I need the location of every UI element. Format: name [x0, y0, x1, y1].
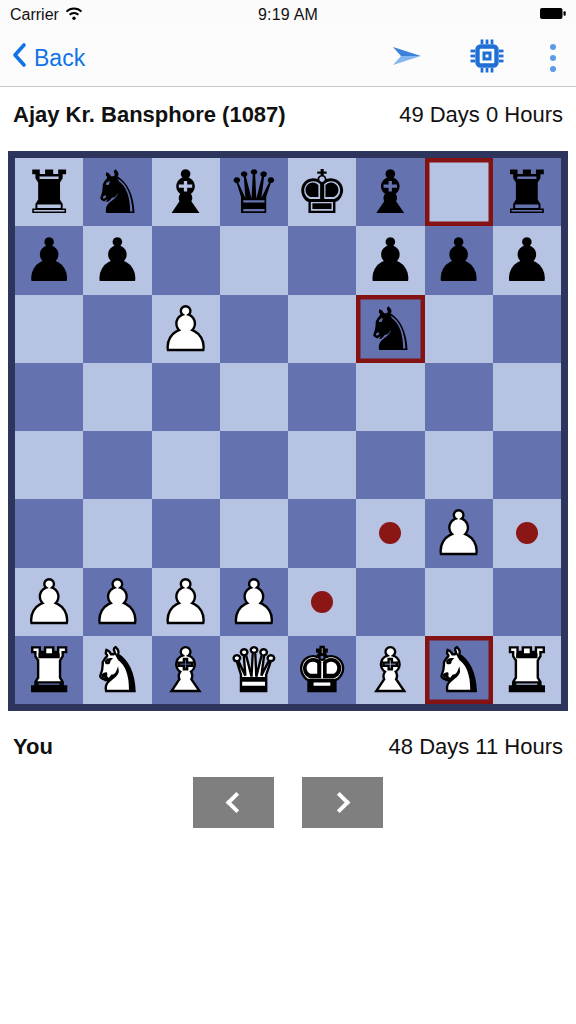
wifi-icon [65, 6, 83, 24]
square-d8[interactable]: ♛ [220, 158, 288, 226]
square-g8[interactable] [425, 158, 493, 226]
piece-bP-b7: ♟ [90, 230, 144, 290]
square-g7[interactable]: ♟ [425, 226, 493, 294]
square-a7[interactable]: ♟ [15, 226, 83, 294]
opponent-time-remaining: 49 Days 0 Hours [399, 102, 563, 128]
square-f7[interactable]: ♟ [356, 226, 424, 294]
piece-wN-b1: ♞ [90, 640, 144, 700]
square-f4[interactable] [356, 431, 424, 499]
square-b4[interactable] [83, 431, 151, 499]
piece-wQ-d1: ♛ [227, 640, 281, 700]
square-a2[interactable]: ♟ [15, 568, 83, 636]
ellipsis-dot [550, 44, 556, 50]
square-c2[interactable]: ♟ [152, 568, 220, 636]
square-d2[interactable]: ♟ [220, 568, 288, 636]
carrier-label: Carrier [10, 6, 59, 24]
square-h7[interactable]: ♟ [493, 226, 561, 294]
legal-move-dot-h3[interactable] [516, 522, 538, 544]
piece-bQ-d8: ♛ [227, 162, 281, 222]
legal-move-dot-e2[interactable] [311, 591, 333, 613]
square-d6[interactable] [220, 295, 288, 363]
piece-bB-c8: ♝ [159, 162, 213, 222]
square-b1[interactable]: ♞ [83, 636, 151, 704]
square-c5[interactable] [152, 363, 220, 431]
piece-wP-c2: ♟ [159, 572, 213, 632]
paper-plane-icon [390, 41, 424, 75]
square-e7[interactable] [288, 226, 356, 294]
piece-bR-a8: ♜ [22, 162, 76, 222]
piece-wP-b2: ♟ [90, 572, 144, 632]
player-info-row: You 48 Days 11 Hours [0, 729, 576, 765]
square-f5[interactable] [356, 363, 424, 431]
piece-wP-g3: ♟ [432, 503, 486, 563]
send-move-button[interactable] [390, 41, 424, 75]
square-d1[interactable]: ♛ [220, 636, 288, 704]
square-e1[interactable]: ♚ [288, 636, 356, 704]
cpu-chip-icon [470, 39, 504, 77]
square-h8[interactable]: ♜ [493, 158, 561, 226]
square-g3[interactable]: ♟ [425, 499, 493, 567]
piece-bR-h8: ♜ [500, 162, 554, 222]
piece-bP-h7: ♟ [500, 230, 554, 290]
square-e5[interactable] [288, 363, 356, 431]
piece-wB-f1: ♝ [363, 640, 417, 700]
opponent-name: Ajay Kr. Bansphore (1087) [13, 102, 286, 128]
square-d3[interactable] [220, 499, 288, 567]
square-b8[interactable]: ♞ [83, 158, 151, 226]
square-e6[interactable] [288, 295, 356, 363]
square-e4[interactable] [288, 431, 356, 499]
player-time-remaining: 48 Days 11 Hours [389, 734, 563, 760]
square-c6[interactable]: ♟ [152, 295, 220, 363]
square-b3[interactable] [83, 499, 151, 567]
square-a1[interactable]: ♜ [15, 636, 83, 704]
piece-wK-e1: ♚ [295, 640, 349, 700]
opponent-info-row: Ajay Kr. Bansphore (1087) 49 Days 0 Hour… [0, 87, 576, 143]
square-c7[interactable] [152, 226, 220, 294]
square-h6[interactable] [493, 295, 561, 363]
ellipsis-dot [550, 66, 556, 72]
piece-wR-h1: ♜ [500, 640, 554, 700]
piece-wN-g1: ♞ [432, 640, 486, 700]
chess-board: ♜♞♝♛♚♝♜♟♟♟♟♟♟♞♟♟♟♟♟♜♞♝♛♚♝♞♜ [8, 151, 568, 711]
square-h4[interactable] [493, 431, 561, 499]
piece-bK-e8: ♚ [295, 162, 349, 222]
clock-time: 9:19 AM [200, 6, 376, 24]
piece-wB-c1: ♝ [159, 640, 213, 700]
move-controls [0, 777, 576, 828]
square-c8[interactable]: ♝ [152, 158, 220, 226]
square-b2[interactable]: ♟ [83, 568, 151, 636]
square-g2[interactable] [425, 568, 493, 636]
square-a8[interactable]: ♜ [15, 158, 83, 226]
piece-bP-a7: ♟ [22, 230, 76, 290]
square-f2[interactable] [356, 568, 424, 636]
square-b6[interactable] [83, 295, 151, 363]
back-label: Back [34, 45, 85, 72]
piece-wP-d2: ♟ [227, 572, 281, 632]
square-c3[interactable] [152, 499, 220, 567]
square-d4[interactable] [220, 431, 288, 499]
square-h3[interactable] [493, 499, 561, 567]
piece-bN-f6: ♞ [363, 299, 417, 359]
piece-bN-b8: ♞ [90, 162, 144, 222]
piece-wP-a2: ♟ [22, 572, 76, 632]
next-move-button[interactable] [302, 777, 383, 828]
square-f6[interactable]: ♞ [356, 295, 424, 363]
square-a3[interactable] [15, 499, 83, 567]
square-f3[interactable] [356, 499, 424, 567]
chevron-left-icon [226, 792, 247, 813]
piece-bB-f8: ♝ [363, 162, 417, 222]
square-d5[interactable] [220, 363, 288, 431]
square-h5[interactable] [493, 363, 561, 431]
square-h1[interactable]: ♜ [493, 636, 561, 704]
square-a5[interactable] [15, 363, 83, 431]
back-button[interactable]: Back [12, 42, 85, 74]
battery-icon [540, 6, 566, 24]
square-c4[interactable] [152, 431, 220, 499]
overflow-menu-button[interactable] [550, 44, 556, 72]
square-g1[interactable]: ♞ [425, 636, 493, 704]
piece-bP-f7: ♟ [363, 230, 417, 290]
previous-move-button[interactable] [193, 777, 274, 828]
square-b7[interactable]: ♟ [83, 226, 151, 294]
square-g4[interactable] [425, 431, 493, 499]
piece-bP-g7: ♟ [432, 230, 486, 290]
navigation-bar: Back [0, 30, 576, 87]
engine-analysis-button[interactable] [470, 39, 504, 77]
square-f1[interactable]: ♝ [356, 636, 424, 704]
square-c1[interactable]: ♝ [152, 636, 220, 704]
chevron-left-icon [12, 42, 27, 74]
square-g5[interactable] [425, 363, 493, 431]
square-g6[interactable] [425, 295, 493, 363]
square-a6[interactable] [15, 295, 83, 363]
status-bar: Carrier 9:19 AM [0, 0, 576, 30]
square-h2[interactable] [493, 568, 561, 636]
square-d7[interactable] [220, 226, 288, 294]
square-f8[interactable]: ♝ [356, 158, 424, 226]
square-e3[interactable] [288, 499, 356, 567]
player-name: You [13, 734, 53, 760]
square-e8[interactable]: ♚ [288, 158, 356, 226]
square-a4[interactable] [15, 431, 83, 499]
legal-move-dot-f3[interactable] [379, 522, 401, 544]
ellipsis-dot [550, 55, 556, 61]
piece-wR-a1: ♜ [22, 640, 76, 700]
piece-wP-c6: ♟ [159, 299, 213, 359]
chevron-right-icon [329, 792, 350, 813]
square-b5[interactable] [83, 363, 151, 431]
square-e2[interactable] [288, 568, 356, 636]
